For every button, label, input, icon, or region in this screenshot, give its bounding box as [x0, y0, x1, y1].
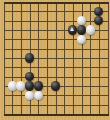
black-stone[interactable]: [94, 16, 103, 25]
grid-line-horizontal: [4, 67, 109, 68]
go-board[interactable]: [0, 0, 110, 120]
black-stone[interactable]: [25, 81, 34, 90]
black-stone[interactable]: [34, 81, 43, 90]
white-stone[interactable]: [77, 35, 86, 44]
white-stone[interactable]: [86, 25, 95, 34]
black-stone[interactable]: [25, 72, 34, 81]
black-stone[interactable]: [94, 7, 103, 16]
board-edge-line: [4, 2, 109, 4]
black-stone[interactable]: [25, 53, 34, 62]
grid-line-horizontal: [4, 77, 109, 78]
black-stone[interactable]: [77, 25, 86, 34]
grid-line-horizontal: [4, 105, 109, 106]
go-app-window: [0, 0, 110, 120]
board-edge-line: [4, 114, 109, 116]
black-stone[interactable]: [51, 81, 60, 90]
last-move-triangle-marker: [70, 27, 74, 31]
grid-line-horizontal: [4, 39, 109, 40]
grid-line-horizontal: [4, 49, 109, 50]
white-stone[interactable]: [77, 16, 86, 25]
white-stone[interactable]: [34, 91, 43, 100]
grid-line-horizontal: [4, 11, 109, 12]
grid-line-horizontal: [4, 95, 109, 96]
grid-line-horizontal: [4, 58, 109, 59]
white-stone[interactable]: [25, 91, 34, 100]
grid-line-horizontal: [4, 21, 109, 22]
